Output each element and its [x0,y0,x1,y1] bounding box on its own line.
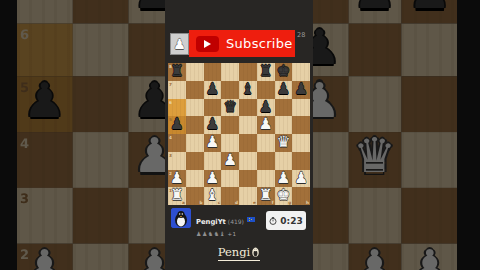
rank-label: 3 [169,153,172,158]
square-b2[interactable] [186,170,204,188]
square-c4[interactable]: ♟ [204,134,222,152]
square-f6[interactable]: ♟ [257,99,275,117]
black-pawn: ♟ [170,117,184,133]
square-f7[interactable] [257,81,275,99]
square-b5[interactable] [186,116,204,134]
square-a3: 3 [17,187,72,242]
white-pawn: ♟ [23,246,66,270]
square-h4[interactable] [292,134,310,152]
white-pawn: ♟ [205,135,219,151]
black-pawn: ♟ [205,82,219,98]
square-a2: 2♟ [17,242,72,270]
square-e1[interactable]: e [239,187,257,205]
square-h3[interactable] [292,152,310,170]
white-pawn: ♟ [170,171,184,187]
square-d5[interactable] [221,116,239,134]
square-g1[interactable]: g♚ [275,187,293,205]
square-b2 [72,242,127,270]
black-pawn: ♟ [259,100,273,116]
square-b4 [72,132,127,187]
square-b7[interactable] [186,81,204,99]
square-g7[interactable]: ♟ [275,81,293,99]
material-advantage: +1 [227,231,236,237]
white-pawn: ♟ [276,171,290,187]
black-rook: ♜ [259,64,273,80]
black-pawn: ♟ [294,82,308,98]
square-c7[interactable]: ♟ [204,81,222,99]
subscribe-label: Subscribe [226,36,293,51]
square-h7: ♟ [402,0,457,22]
square-h6[interactable] [292,99,310,117]
square-h1[interactable]: h [292,187,310,205]
square-h6 [402,22,457,77]
square-b3[interactable] [186,152,204,170]
square-h5 [402,77,457,132]
square-c6[interactable] [204,99,222,117]
square-g7: ♟ [347,0,402,22]
square-c8[interactable] [204,63,222,81]
square-g3 [347,187,402,242]
square-b1[interactable]: b [186,187,204,205]
square-h7[interactable]: ♟ [292,81,310,99]
square-e5[interactable] [239,116,257,134]
square-b6 [72,22,127,77]
rank-label: 6 [169,100,172,105]
square-h5[interactable] [292,116,310,134]
white-pawn: ♟ [353,246,396,270]
opponent-avatar: ♟ [170,33,189,55]
square-g4: ♛ [347,132,402,187]
rank-label: 6 [20,25,29,41]
square-e8[interactable] [239,63,257,81]
player-clock: 0:23 [266,211,306,230]
chess-board[interactable]: 8♜♜♚7♟♝♟♟6♛♟5♟♟♟4♟♛3♟2♟♟♟♟1a♜bc♝def♜g♚h [168,63,310,205]
square-b6[interactable] [186,99,204,117]
white-pawn: ♟ [223,153,237,169]
file-label: b [200,200,203,205]
square-h2: ♟ [402,242,457,270]
opponent-clock-fragment: 28 [297,31,305,39]
white-queen: ♛ [353,136,396,184]
square-a6[interactable]: 6 [168,99,186,117]
square-a8[interactable]: 8♜ [168,63,186,81]
square-b7 [72,0,127,22]
square-g6[interactable] [275,99,293,117]
youtube-play-icon [196,36,219,52]
square-d7[interactable] [221,81,239,99]
square-b4[interactable] [186,134,204,152]
square-e4[interactable] [239,134,257,152]
square-f1[interactable]: f♜ [257,187,275,205]
watermark-text: Pengi [218,245,250,259]
square-b3 [72,187,127,242]
square-e7[interactable]: ♝ [239,81,257,99]
square-g8[interactable]: ♚ [275,63,293,81]
square-g3[interactable] [275,152,293,170]
black-queen: ♛ [223,100,237,116]
rank-label: 4 [169,135,172,140]
square-a1[interactable]: 1a♜ [168,187,186,205]
square-a7: 7 [17,0,72,22]
black-pawn: ♟ [353,0,396,19]
square-a4[interactable]: 4 [168,134,186,152]
square-d4[interactable] [221,134,239,152]
player-name: PengiYt [196,218,226,226]
right-black-bar [457,0,480,270]
white-pawn: ♟ [408,246,451,270]
square-c3[interactable] [204,152,222,170]
left-black-bar [0,0,17,270]
clock-time: 0:23 [280,216,302,226]
player-rating: (419) [228,218,244,225]
square-f3[interactable] [257,152,275,170]
white-king: ♚ [276,188,290,204]
square-a7[interactable]: 7 [168,81,186,99]
square-d2[interactable] [221,170,239,188]
square-c2[interactable]: ♟ [204,170,222,188]
square-a3[interactable]: 3 [168,152,186,170]
square-g6 [347,22,402,77]
square-f4[interactable] [257,134,275,152]
clock-icon [269,217,277,225]
square-a5: 5♟ [17,77,72,132]
square-b5 [72,77,127,132]
black-rook: ♜ [170,64,184,80]
square-f5[interactable]: ♟ [257,116,275,134]
square-h3 [402,187,457,242]
square-g2: ♟ [347,242,402,270]
captured-pieces: ♟♟♞♞♝ [196,230,225,237]
penguin-icon [251,247,260,257]
square-g5 [347,77,402,132]
square-d8[interactable] [221,63,239,81]
square-g4[interactable]: ♛ [275,134,293,152]
square-d6[interactable]: ♛ [221,99,239,117]
square-a2[interactable]: 2♟ [168,170,186,188]
video-panel: ♟ Subscribe 28 8♜♜♚7♟♝♟♟6♛♟5♟♟♟4♟♛3♟2♟♟♟… [165,0,313,270]
square-f8[interactable]: ♜ [257,63,275,81]
white-pawn: ♟ [294,171,308,187]
white-bishop: ♝ [205,188,219,204]
square-a4: 4 [17,132,72,187]
square-b8[interactable] [186,63,204,81]
penguin-avatar-icon [171,208,191,228]
black-pawn: ♟ [205,117,219,133]
channel-watermark: Pengi [165,245,313,261]
player-avatar[interactable] [171,208,191,228]
black-bishop: ♝ [241,82,255,98]
file-label: h [306,200,309,205]
square-c5[interactable]: ♟ [204,116,222,134]
square-a6: 6 [17,22,72,77]
square-a5[interactable]: 5♟ [168,116,186,134]
square-d3[interactable]: ♟ [221,152,239,170]
white-queen: ♛ [276,135,290,151]
square-h2[interactable]: ♟ [292,170,310,188]
player-bar: PengiYt(419) ♟♟♞♞♝+1 0:23 [165,206,313,232]
square-e6[interactable] [239,99,257,117]
square-g5[interactable] [275,116,293,134]
black-pawn: ♟ [408,0,451,19]
subscribe-button[interactable]: Subscribe [189,30,295,57]
square-g2[interactable]: ♟ [275,170,293,188]
white-rook: ♜ [170,188,184,204]
eu-flag-icon [247,217,255,222]
black-pawn: ♟ [276,82,290,98]
file-label: e [253,200,256,205]
square-h8[interactable] [292,63,310,81]
white-pawn: ♟ [259,117,273,133]
pawn-icon: ♟ [173,36,186,52]
black-king: ♚ [276,64,290,80]
rank-label: 3 [20,190,29,206]
file-label: d [235,200,238,205]
square-e3[interactable] [239,152,257,170]
square-e2[interactable] [239,170,257,188]
white-pawn: ♟ [205,171,219,187]
square-f2[interactable] [257,170,275,188]
square-h4 [402,132,457,187]
rank-label: 4 [20,135,29,151]
black-pawn: ♟ [23,81,66,129]
square-d1[interactable]: d [221,187,239,205]
white-rook: ♜ [259,188,273,204]
square-c1[interactable]: c♝ [204,187,222,205]
rank-label: 7 [169,82,172,87]
